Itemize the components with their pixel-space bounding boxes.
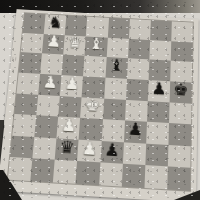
chessboard-photo: ♞♟♛♝♝♟♟♟♚♚♟♟♛♟♟ ✽ ׀ ׀ ׀ [0,0,200,200]
white-queen-c7: ♛ [64,35,86,52]
square-a3 [12,114,36,137]
square-f7 [128,39,150,60]
black-bishop-e6: ♝ [105,57,127,74]
square-a2 [10,135,34,158]
square-f8 [129,19,151,40]
square-g7 [149,40,171,61]
square-c5: ♟ [60,75,83,97]
black-knight-b8: ♞ [44,14,66,30]
square-h8 [171,21,193,42]
square-c1 [53,160,77,184]
square-h2 [168,145,191,168]
black-king-h5: ♚ [170,81,192,99]
square-f5 [126,79,149,101]
square-e2: ♟ [100,141,124,164]
square-a8 [23,13,46,34]
white-pawn-c3: ♟ [57,117,80,135]
square-c7: ♛ [63,35,86,56]
square-h3 [168,123,191,146]
white-pawn-c5: ♟ [60,75,83,92]
white-pawn-b5: ♟ [39,74,62,91]
black-pawn-g5: ♟ [148,80,170,98]
square-b3 [34,115,58,138]
white-king-d4: ♚ [81,97,104,115]
square-b7: ♟ [42,34,65,55]
square-d4: ♚ [80,97,103,119]
square-d1 [76,161,100,185]
square-b1 [30,159,55,183]
square-e1 [99,163,123,187]
square-a7 [21,33,44,54]
white-pawn-b7: ♟ [42,34,65,51]
square-a1 [8,157,33,181]
square-g4 [147,101,170,123]
black-queen-c2: ♛ [55,138,79,157]
square-a6 [19,52,42,73]
square-e6: ♝ [105,57,128,79]
square-h5: ♚ [169,81,191,103]
square-f3: ♟ [124,121,147,144]
chess-board: ♞♟♛♝♝♟♟♟♚♚♟♟♛♟♟ ✽ ׀ ׀ ׀ [0,9,199,200]
board-grid: ♞♟♛♝♝♟♟♟♚♚♟♟♛♟♟ [8,13,193,191]
square-e5 [104,77,127,99]
square-a5 [17,72,41,94]
square-g5: ♟ [148,80,170,102]
black-pawn-e2: ♟ [100,141,123,160]
white-bishop-d7: ♝ [85,36,107,53]
square-d7: ♝ [85,36,108,57]
square-h7 [171,41,193,62]
square-a4 [14,93,38,115]
square-b4 [36,94,60,116]
square-f2 [123,142,146,165]
square-f6 [127,58,149,80]
square-f1 [121,164,145,188]
square-e8 [107,18,129,39]
square-c2: ♛ [55,138,79,161]
square-b2 [32,137,56,160]
black-pawn-f3: ♟ [124,120,147,138]
square-h4 [169,102,192,124]
square-d6 [83,56,106,77]
square-g1 [144,165,167,189]
square-g3 [146,122,169,145]
square-e4 [103,98,126,120]
square-g2 [145,143,168,166]
square-h1 [167,167,190,191]
square-b5: ♟ [38,74,61,96]
square-g8 [150,20,172,41]
square-d2: ♟ [77,139,101,162]
white-pawn-d2: ♟ [78,139,101,158]
